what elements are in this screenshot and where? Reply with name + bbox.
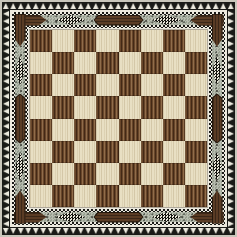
- square-b5[interactable]: [52, 119, 74, 141]
- square-f7[interactable]: [141, 163, 163, 185]
- square-f3[interactable]: [141, 74, 163, 96]
- square-g5[interactable]: [163, 119, 185, 141]
- square-g3[interactable]: [163, 74, 185, 96]
- square-a1[interactable]: [30, 30, 52, 52]
- square-f5[interactable]: [141, 119, 163, 141]
- frame-triangle-band-left: [2, 10, 10, 227]
- square-d4[interactable]: [96, 96, 118, 118]
- square-e6[interactable]: [119, 141, 141, 163]
- square-d6[interactable]: [96, 141, 118, 163]
- square-g7[interactable]: [163, 163, 185, 185]
- square-e5[interactable]: [119, 119, 141, 141]
- square-f1[interactable]: [141, 30, 163, 52]
- square-a3[interactable]: [30, 74, 52, 96]
- square-c8[interactable]: [74, 185, 96, 207]
- square-d8[interactable]: [96, 185, 118, 207]
- square-g8[interactable]: [163, 185, 185, 207]
- square-f4[interactable]: [141, 96, 163, 118]
- square-f6[interactable]: [141, 141, 163, 163]
- frame-plaque-top: [94, 15, 144, 26]
- square-c4[interactable]: [74, 96, 96, 118]
- square-a7[interactable]: [30, 163, 52, 185]
- square-c2[interactable]: [74, 52, 96, 74]
- square-a2[interactable]: [30, 52, 52, 74]
- square-h6[interactable]: [185, 141, 207, 163]
- square-b6[interactable]: [52, 141, 74, 163]
- square-e4[interactable]: [119, 96, 141, 118]
- square-c5[interactable]: [74, 119, 96, 141]
- square-g4[interactable]: [163, 96, 185, 118]
- square-b2[interactable]: [52, 52, 74, 74]
- square-b1[interactable]: [52, 30, 74, 52]
- square-f8[interactable]: [141, 185, 163, 207]
- square-c7[interactable]: [74, 163, 96, 185]
- square-e8[interactable]: [119, 185, 141, 207]
- square-h4[interactable]: [185, 96, 207, 118]
- square-h1[interactable]: [185, 30, 207, 52]
- chess-board-photo: [0, 0, 237, 237]
- frame-plaque-bottom: [94, 212, 144, 223]
- square-c6[interactable]: [74, 141, 96, 163]
- square-d5[interactable]: [96, 119, 118, 141]
- square-c1[interactable]: [74, 30, 96, 52]
- square-f2[interactable]: [141, 52, 163, 74]
- square-b3[interactable]: [52, 74, 74, 96]
- square-h8[interactable]: [185, 185, 207, 207]
- frame-triangle-band-right: [227, 10, 235, 227]
- square-e3[interactable]: [119, 74, 141, 96]
- square-g2[interactable]: [163, 52, 185, 74]
- square-e1[interactable]: [119, 30, 141, 52]
- square-h3[interactable]: [185, 74, 207, 96]
- square-g1[interactable]: [163, 30, 185, 52]
- frame-plaque-left: [15, 94, 26, 144]
- play-area: [30, 30, 207, 207]
- square-a4[interactable]: [30, 96, 52, 118]
- square-a5[interactable]: [30, 119, 52, 141]
- square-b4[interactable]: [52, 96, 74, 118]
- square-g6[interactable]: [163, 141, 185, 163]
- square-e2[interactable]: [119, 52, 141, 74]
- frame-plaque-right: [212, 94, 223, 144]
- square-d2[interactable]: [96, 52, 118, 74]
- square-a8[interactable]: [30, 185, 52, 207]
- square-h2[interactable]: [185, 52, 207, 74]
- square-h7[interactable]: [185, 163, 207, 185]
- square-b7[interactable]: [52, 163, 74, 185]
- square-e7[interactable]: [119, 163, 141, 185]
- square-d7[interactable]: [96, 163, 118, 185]
- square-d3[interactable]: [96, 74, 118, 96]
- square-b8[interactable]: [52, 185, 74, 207]
- square-h5[interactable]: [185, 119, 207, 141]
- square-a6[interactable]: [30, 141, 52, 163]
- frame-triangle-band-top: [2, 2, 235, 10]
- square-c3[interactable]: [74, 74, 96, 96]
- frame-triangle-band-bottom: [2, 227, 235, 235]
- square-d1[interactable]: [96, 30, 118, 52]
